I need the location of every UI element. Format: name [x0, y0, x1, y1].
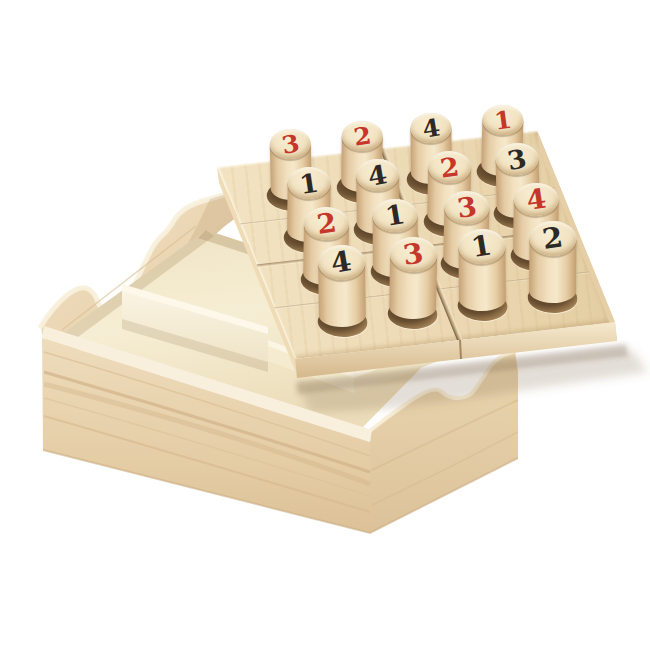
peg-number: 1 [298, 169, 320, 197]
peg-number: 3 [506, 145, 529, 174]
peg-number: 4 [329, 247, 354, 278]
peg-number: 1 [383, 200, 407, 230]
peg-number: 2 [352, 123, 373, 149]
peg-r4c4[interactable]: 2 [529, 220, 577, 302]
peg-number: 3 [455, 193, 478, 222]
peg-top: 4 [318, 244, 365, 280]
peg-number: 2 [541, 223, 565, 254]
peg-number: 3 [402, 239, 426, 269]
peg-number: 2 [315, 208, 338, 237]
peg-number: 3 [280, 131, 301, 158]
peg-number: 1 [470, 231, 495, 262]
peg-top: 1 [458, 228, 505, 263]
peg-number: 2 [439, 153, 461, 181]
peg-top: 4 [514, 182, 559, 216]
peg-top: 2 [304, 206, 350, 240]
peg-number: 4 [420, 115, 441, 142]
pegs-layer: 3241142321344312 [0, 0, 650, 650]
peg-number: 4 [366, 161, 389, 190]
peg-r4c2[interactable]: 3 [389, 236, 437, 318]
product-photo: 3241142321344312 [0, 0, 650, 650]
peg-r4c3[interactable]: 1 [458, 228, 506, 310]
peg-number: 1 [493, 107, 513, 133]
peg-top: 3 [444, 190, 490, 224]
peg-number: 4 [525, 184, 548, 213]
peg-top: 1 [373, 198, 418, 231]
peg-top: 2 [529, 220, 576, 255]
peg-r4c1[interactable]: 4 [318, 244, 366, 326]
peg-top: 3 [390, 236, 438, 272]
